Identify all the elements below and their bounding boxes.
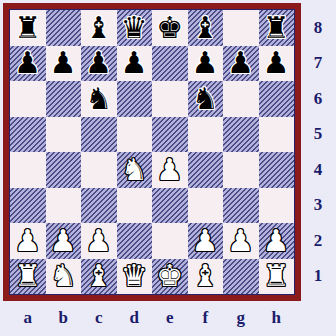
square-h1[interactable]: ♜ xyxy=(259,259,295,295)
black-queen[interactable]: ♛ xyxy=(121,13,148,43)
square-d2[interactable] xyxy=(117,223,153,259)
square-g7[interactable]: ♟ xyxy=(223,46,259,82)
square-h3[interactable] xyxy=(259,188,295,224)
file-label-c: c xyxy=(81,304,117,332)
square-b1[interactable]: ♞ xyxy=(46,259,82,295)
square-e3[interactable] xyxy=(152,188,188,224)
black-pawn[interactable]: ♟ xyxy=(50,48,77,78)
square-g4[interactable] xyxy=(223,152,259,188)
square-c1[interactable]: ♝ xyxy=(81,259,117,295)
white-pawn[interactable]: ♟ xyxy=(156,155,183,185)
rank-labels: 87654321 xyxy=(304,10,332,294)
file-label-e: e xyxy=(152,304,188,332)
rank-label-5: 5 xyxy=(304,117,332,153)
white-pawn[interactable]: ♟ xyxy=(192,226,219,256)
file-labels: abcdefgh xyxy=(10,304,294,332)
square-c8[interactable]: ♝ xyxy=(81,10,117,46)
square-e8[interactable]: ♚ xyxy=(152,10,188,46)
square-h7[interactable]: ♟ xyxy=(259,46,295,82)
square-a7[interactable]: ♟ xyxy=(10,46,46,82)
square-f3[interactable] xyxy=(188,188,224,224)
white-rook[interactable]: ♜ xyxy=(14,261,41,291)
square-g6[interactable] xyxy=(223,81,259,117)
square-b3[interactable] xyxy=(46,188,82,224)
white-pawn[interactable]: ♟ xyxy=(85,226,112,256)
chess-board: ♜♝♛♚♝♜♟♟♟♟♟♟♟♞♞♞♟♟♟♟♟♟♟♜♞♝♛♚♝♜ xyxy=(9,9,295,295)
square-e2[interactable] xyxy=(152,223,188,259)
white-king[interactable]: ♚ xyxy=(156,261,183,291)
white-bishop[interactable]: ♝ xyxy=(85,261,112,291)
black-pawn[interactable]: ♟ xyxy=(85,48,112,78)
square-b8[interactable] xyxy=(46,10,82,46)
square-h4[interactable] xyxy=(259,152,295,188)
file-label-a: a xyxy=(10,304,46,332)
black-pawn[interactable]: ♟ xyxy=(263,48,290,78)
rank-label-6: 6 xyxy=(304,81,332,117)
square-a1[interactable]: ♜ xyxy=(10,259,46,295)
square-c4[interactable] xyxy=(81,152,117,188)
square-f4[interactable] xyxy=(188,152,224,188)
black-pawn[interactable]: ♟ xyxy=(227,48,254,78)
black-knight[interactable]: ♞ xyxy=(85,84,112,114)
square-a3[interactable] xyxy=(10,188,46,224)
white-queen[interactable]: ♛ xyxy=(121,261,148,291)
white-bishop[interactable]: ♝ xyxy=(192,261,219,291)
square-b4[interactable] xyxy=(46,152,82,188)
square-b7[interactable]: ♟ xyxy=(46,46,82,82)
white-pawn[interactable]: ♟ xyxy=(227,226,254,256)
square-c2[interactable]: ♟ xyxy=(81,223,117,259)
board-frame: ♜♝♛♚♝♜♟♟♟♟♟♟♟♞♞♞♟♟♟♟♟♟♟♜♞♝♛♚♝♜ xyxy=(3,3,301,301)
square-g8[interactable] xyxy=(223,10,259,46)
square-d6[interactable] xyxy=(117,81,153,117)
square-c7[interactable]: ♟ xyxy=(81,46,117,82)
square-e4[interactable]: ♟ xyxy=(152,152,188,188)
square-g3[interactable] xyxy=(223,188,259,224)
square-e5[interactable] xyxy=(152,117,188,153)
square-d5[interactable] xyxy=(117,117,153,153)
black-rook[interactable]: ♜ xyxy=(14,13,41,43)
square-g1[interactable] xyxy=(223,259,259,295)
square-e6[interactable] xyxy=(152,81,188,117)
rank-label-7: 7 xyxy=(304,46,332,82)
white-pawn[interactable]: ♟ xyxy=(50,226,77,256)
square-d7[interactable]: ♟ xyxy=(117,46,153,82)
file-label-d: d xyxy=(117,304,153,332)
square-f7[interactable]: ♟ xyxy=(188,46,224,82)
square-a6[interactable] xyxy=(10,81,46,117)
square-h2[interactable]: ♟ xyxy=(259,223,295,259)
white-knight[interactable]: ♞ xyxy=(121,155,148,185)
square-f6[interactable]: ♞ xyxy=(188,81,224,117)
black-pawn[interactable]: ♟ xyxy=(121,48,148,78)
square-g2[interactable]: ♟ xyxy=(223,223,259,259)
square-b2[interactable]: ♟ xyxy=(46,223,82,259)
square-h8[interactable]: ♜ xyxy=(259,10,295,46)
square-d8[interactable]: ♛ xyxy=(117,10,153,46)
square-a2[interactable]: ♟ xyxy=(10,223,46,259)
white-pawn[interactable]: ♟ xyxy=(263,226,290,256)
square-f2[interactable]: ♟ xyxy=(188,223,224,259)
square-g5[interactable] xyxy=(223,117,259,153)
square-a4[interactable] xyxy=(10,152,46,188)
square-a8[interactable]: ♜ xyxy=(10,10,46,46)
black-knight[interactable]: ♞ xyxy=(192,84,219,114)
square-f8[interactable]: ♝ xyxy=(188,10,224,46)
black-rook[interactable]: ♜ xyxy=(263,13,290,43)
black-pawn[interactable]: ♟ xyxy=(192,48,219,78)
square-h6[interactable] xyxy=(259,81,295,117)
square-c3[interactable] xyxy=(81,188,117,224)
file-label-f: f xyxy=(188,304,224,332)
file-label-b: b xyxy=(46,304,82,332)
square-f5[interactable] xyxy=(188,117,224,153)
square-c5[interactable] xyxy=(81,117,117,153)
square-h5[interactable] xyxy=(259,117,295,153)
black-bishop[interactable]: ♝ xyxy=(192,13,219,43)
file-label-h: h xyxy=(259,304,295,332)
square-e1[interactable]: ♚ xyxy=(152,259,188,295)
square-b6[interactable] xyxy=(46,81,82,117)
rank-label-8: 8 xyxy=(304,10,332,46)
black-pawn[interactable]: ♟ xyxy=(14,48,41,78)
file-label-g: g xyxy=(223,304,259,332)
rank-label-1: 1 xyxy=(304,259,332,295)
white-pawn[interactable]: ♟ xyxy=(14,226,41,256)
square-d4[interactable]: ♞ xyxy=(117,152,153,188)
square-e7[interactable] xyxy=(152,46,188,82)
square-f1[interactable]: ♝ xyxy=(188,259,224,295)
white-knight[interactable]: ♞ xyxy=(50,261,77,291)
white-rook[interactable]: ♜ xyxy=(263,261,290,291)
square-b5[interactable] xyxy=(46,117,82,153)
square-d3[interactable] xyxy=(117,188,153,224)
rank-label-4: 4 xyxy=(304,152,332,188)
square-d1[interactable]: ♛ xyxy=(117,259,153,295)
square-c6[interactable]: ♞ xyxy=(81,81,117,117)
square-a5[interactable] xyxy=(10,117,46,153)
rank-label-3: 3 xyxy=(304,188,332,224)
black-bishop[interactable]: ♝ xyxy=(85,13,112,43)
rank-label-2: 2 xyxy=(304,223,332,259)
black-king[interactable]: ♚ xyxy=(156,13,183,43)
